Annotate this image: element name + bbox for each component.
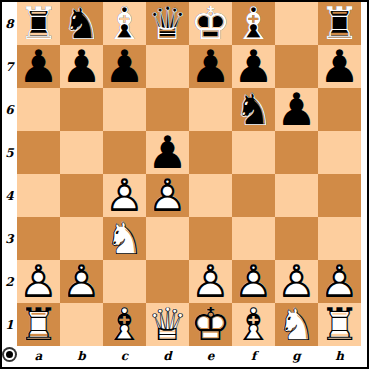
rank-label-3: 3 (2, 217, 17, 260)
king-glyph-fill: ♚ (189, 2, 232, 45)
pawn-glyph-fill: ♟ (146, 174, 189, 217)
side-to-move-indicator (6, 351, 13, 358)
square-a7[interactable]: ♟ (17, 45, 60, 88)
knight-glyph-fill: ♞ (275, 303, 318, 346)
bishop-glyph-fill: ♝ (232, 303, 275, 346)
square-g6[interactable]: ♟ (275, 88, 318, 131)
pawn-glyph-outline: ♙ (275, 260, 318, 303)
file-label-f: f (232, 346, 275, 365)
knight-glyph-outline: ♘ (275, 303, 318, 346)
square-g5[interactable] (275, 131, 318, 174)
piece-white-knight[interactable]: ♞♘ (275, 303, 318, 346)
bishop-glyph-fill: ♝ (232, 2, 275, 45)
piece-white-pawn[interactable]: ♟♙ (60, 260, 103, 303)
pawn-glyph-outline: ♙ (146, 174, 189, 217)
bishop-glyph-fill: ♝ (103, 2, 146, 45)
piece-black-bishop[interactable]: ♝♗ (103, 2, 146, 45)
square-a2[interactable]: ♟♙ (17, 260, 60, 303)
king-glyph-outline: ♔ (189, 2, 232, 45)
square-f4[interactable] (232, 174, 275, 217)
square-g8[interactable] (275, 2, 318, 45)
square-b2[interactable]: ♟♙ (60, 260, 103, 303)
rank-label-6: 6 (2, 88, 17, 131)
rook-glyph-outline: ♖ (318, 303, 361, 346)
piece-white-king[interactable]: ♚♔ (189, 303, 232, 346)
piece-black-pawn[interactable]: ♟ (103, 45, 146, 88)
square-c7[interactable]: ♟ (103, 45, 146, 88)
file-label-e: e (189, 346, 232, 365)
rook-glyph-outline: ♖ (17, 2, 60, 45)
chess-board: ♜♖♞♘♝♗♛♕♚♔♝♗♜♖♟♟♟♟♟♟♞♘♟♟♟♙♟♙♞♘♟♙♟♙♟♙♟♙♟♙… (17, 2, 361, 346)
square-d2[interactable] (146, 260, 189, 303)
queen-glyph-fill: ♛ (146, 303, 189, 346)
piece-black-pawn[interactable]: ♟ (146, 131, 189, 174)
queen-glyph-outline: ♕ (146, 2, 189, 45)
pawn-glyph-outline: ♙ (232, 260, 275, 303)
piece-black-rook[interactable]: ♜♖ (17, 2, 60, 45)
square-e1[interactable]: ♚♔ (189, 303, 232, 346)
file-label-d: d (146, 346, 189, 365)
piece-white-rook[interactable]: ♜♖ (318, 303, 361, 346)
square-g7[interactable] (275, 45, 318, 88)
square-e8[interactable]: ♚♔ (189, 2, 232, 45)
piece-white-bishop[interactable]: ♝♗ (232, 303, 275, 346)
square-f5[interactable] (232, 131, 275, 174)
file-label-c: c (103, 346, 146, 365)
piece-black-rook[interactable]: ♜♖ (318, 2, 361, 45)
pawn-glyph-outline: ♙ (318, 260, 361, 303)
piece-white-pawn[interactable]: ♟♙ (146, 174, 189, 217)
king-glyph-fill: ♚ (189, 303, 232, 346)
piece-black-king[interactable]: ♚♔ (189, 2, 232, 45)
pawn-glyph-fill: ♟ (103, 45, 146, 88)
rank-label-2: 2 (2, 260, 17, 303)
pawn-glyph-outline: ♙ (60, 260, 103, 303)
piece-black-knight[interactable]: ♞♘ (232, 88, 275, 131)
square-b7[interactable]: ♟ (60, 45, 103, 88)
piece-black-knight[interactable]: ♞♘ (60, 2, 103, 45)
square-a4[interactable] (17, 174, 60, 217)
square-h1[interactable]: ♜♖ (318, 303, 361, 346)
square-f7[interactable]: ♟ (232, 45, 275, 88)
square-f8[interactable]: ♝♗ (232, 2, 275, 45)
square-a8[interactable]: ♜♖ (17, 2, 60, 45)
square-a3[interactable] (17, 217, 60, 260)
square-e6[interactable] (189, 88, 232, 131)
piece-white-pawn[interactable]: ♟♙ (275, 260, 318, 303)
rank-label-7: 7 (2, 45, 17, 88)
file-label-b: b (60, 346, 103, 365)
piece-white-pawn[interactable]: ♟♙ (189, 260, 232, 303)
piece-white-queen[interactable]: ♛♕ (146, 303, 189, 346)
pawn-glyph-fill: ♟ (275, 260, 318, 303)
piece-black-queen[interactable]: ♛♕ (146, 2, 189, 45)
square-d1[interactable]: ♛♕ (146, 303, 189, 346)
pawn-glyph-fill: ♟ (318, 260, 361, 303)
rook-glyph-outline: ♖ (318, 2, 361, 45)
file-label-g: g (275, 346, 318, 365)
pawn-glyph-fill: ♟ (232, 45, 275, 88)
square-g2[interactable]: ♟♙ (275, 260, 318, 303)
pawn-glyph-fill: ♟ (189, 260, 232, 303)
piece-black-pawn[interactable]: ♟ (275, 88, 318, 131)
piece-black-pawn[interactable]: ♟ (60, 45, 103, 88)
square-e7[interactable]: ♟ (189, 45, 232, 88)
piece-black-pawn[interactable]: ♟ (189, 45, 232, 88)
square-c6[interactable] (103, 88, 146, 131)
pawn-glyph-fill: ♟ (17, 260, 60, 303)
bishop-glyph-outline: ♗ (103, 2, 146, 45)
square-h7[interactable]: ♟ (318, 45, 361, 88)
pawn-glyph-fill: ♟ (232, 260, 275, 303)
square-e5[interactable] (189, 131, 232, 174)
square-h5[interactable] (318, 131, 361, 174)
bishop-glyph-outline: ♗ (232, 2, 275, 45)
rook-glyph-fill: ♜ (17, 303, 60, 346)
piece-white-pawn[interactable]: ♟♙ (232, 260, 275, 303)
knight-glyph-fill: ♞ (232, 88, 275, 131)
pawn-glyph-fill: ♟ (275, 88, 318, 131)
piece-white-pawn[interactable]: ♟♙ (17, 260, 60, 303)
square-b8[interactable]: ♞♘ (60, 2, 103, 45)
square-d8[interactable]: ♛♕ (146, 2, 189, 45)
piece-white-pawn[interactable]: ♟♙ (103, 174, 146, 217)
pawn-glyph-fill: ♟ (318, 45, 361, 88)
square-b1[interactable] (60, 303, 103, 346)
pawn-glyph-fill: ♟ (60, 260, 103, 303)
square-h6[interactable] (318, 88, 361, 131)
rook-glyph-fill: ♜ (318, 2, 361, 45)
rook-glyph-outline: ♖ (17, 303, 60, 346)
rank-label-1: 1 (2, 303, 17, 346)
square-c4[interactable]: ♟♙ (103, 174, 146, 217)
square-f1[interactable]: ♝♗ (232, 303, 275, 346)
square-f2[interactable]: ♟♙ (232, 260, 275, 303)
queen-glyph-fill: ♛ (146, 2, 189, 45)
knight-glyph-fill: ♞ (60, 2, 103, 45)
bishop-glyph-outline: ♗ (232, 303, 275, 346)
square-d6[interactable] (146, 88, 189, 131)
rook-glyph-fill: ♜ (318, 303, 361, 346)
square-e4[interactable] (189, 174, 232, 217)
rank-label-5: 5 (2, 131, 17, 174)
square-c8[interactable]: ♝♗ (103, 2, 146, 45)
rank-label-8: 8 (2, 2, 17, 45)
square-d4[interactable]: ♟♙ (146, 174, 189, 217)
file-labels: abcdefgh (17, 346, 361, 365)
knight-glyph-outline: ♘ (232, 88, 275, 131)
piece-white-bishop[interactable]: ♝♗ (103, 303, 146, 346)
square-f3[interactable] (232, 217, 275, 260)
square-b6[interactable] (60, 88, 103, 131)
pawn-glyph-fill: ♟ (146, 131, 189, 174)
piece-black-pawn[interactable]: ♟ (318, 45, 361, 88)
square-d5[interactable]: ♟ (146, 131, 189, 174)
pawn-glyph-outline: ♙ (103, 174, 146, 217)
square-c3[interactable]: ♞♘ (103, 217, 146, 260)
square-e2[interactable]: ♟♙ (189, 260, 232, 303)
piece-white-rook[interactable]: ♜♖ (17, 303, 60, 346)
piece-black-pawn[interactable]: ♟ (232, 45, 275, 88)
pawn-glyph-outline: ♙ (17, 260, 60, 303)
square-b4[interactable] (60, 174, 103, 217)
rank-labels: 87654321 (2, 2, 17, 346)
square-h8[interactable]: ♜♖ (318, 2, 361, 45)
pawn-glyph-outline: ♙ (189, 260, 232, 303)
square-b3[interactable] (60, 217, 103, 260)
piece-white-pawn[interactable]: ♟♙ (318, 260, 361, 303)
file-label-h: h (318, 346, 361, 365)
square-c5[interactable] (103, 131, 146, 174)
queen-glyph-outline: ♕ (146, 303, 189, 346)
square-a6[interactable] (17, 88, 60, 131)
square-a1[interactable]: ♜♖ (17, 303, 60, 346)
square-a5[interactable] (17, 131, 60, 174)
rank-label-4: 4 (2, 174, 17, 217)
pawn-glyph-fill: ♟ (103, 174, 146, 217)
pawn-glyph-fill: ♟ (60, 45, 103, 88)
bishop-glyph-outline: ♗ (103, 303, 146, 346)
file-label-a: a (17, 346, 60, 365)
square-h2[interactable]: ♟♙ (318, 260, 361, 303)
square-h3[interactable] (318, 217, 361, 260)
square-g4[interactable] (275, 174, 318, 217)
piece-black-bishop[interactable]: ♝♗ (232, 2, 275, 45)
king-glyph-outline: ♔ (189, 303, 232, 346)
square-c2[interactable] (103, 260, 146, 303)
knight-glyph-outline: ♘ (60, 2, 103, 45)
square-d7[interactable] (146, 45, 189, 88)
square-b5[interactable] (60, 131, 103, 174)
square-h4[interactable] (318, 174, 361, 217)
pawn-glyph-fill: ♟ (17, 45, 60, 88)
bishop-glyph-fill: ♝ (103, 303, 146, 346)
pawn-glyph-fill: ♟ (189, 45, 232, 88)
square-e3[interactable] (189, 217, 232, 260)
square-f6[interactable]: ♞♘ (232, 88, 275, 131)
piece-black-pawn[interactable]: ♟ (17, 45, 60, 88)
knight-glyph-fill: ♞ (103, 217, 146, 260)
square-g1[interactable]: ♞♘ (275, 303, 318, 346)
knight-glyph-outline: ♘ (103, 217, 146, 260)
rook-glyph-fill: ♜ (17, 2, 60, 45)
square-d3[interactable] (146, 217, 189, 260)
chess-diagram: ♜♖♞♘♝♗♛♕♚♔♝♗♜♖♟♟♟♟♟♟♞♘♟♟♟♙♟♙♞♘♟♙♟♙♟♙♟♙♟♙… (0, 0, 369, 369)
piece-white-knight[interactable]: ♞♘ (103, 217, 146, 260)
square-c1[interactable]: ♝♗ (103, 303, 146, 346)
square-g3[interactable] (275, 217, 318, 260)
